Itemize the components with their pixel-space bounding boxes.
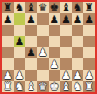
black-rook-piece: ♜: [84, 2, 93, 13]
square-d5[interactable]: [37, 36, 49, 47]
square-c3[interactable]: [25, 58, 37, 69]
black-king-piece: ♚: [50, 2, 59, 13]
square-a5[interactable]: [2, 36, 14, 47]
white-pawn-piece: ♟: [3, 70, 12, 81]
square-d7[interactable]: [37, 13, 49, 24]
square-a4[interactable]: [2, 47, 14, 58]
square-g6[interactable]: [72, 25, 84, 36]
square-d2[interactable]: [37, 70, 49, 81]
chess-board: ♜♞♝♛♚♝♞♜♟♟♟♟♟♟♟♟♟♟♟♟♟♟♟♜♞♝♛♚♝♞♜: [2, 2, 95, 92]
black-pawn-piece: ♟: [61, 14, 70, 25]
square-b4[interactable]: [14, 47, 26, 58]
black-knight-piece: ♞: [15, 2, 24, 13]
square-h1[interactable]: ♜: [83, 81, 95, 92]
black-pawn-piece: ♟: [3, 14, 12, 25]
chess-board-frame: ♜♞♝♛♚♝♞♜♟♟♟♟♟♟♟♟♟♟♟♟♟♟♟♜♞♝♛♚♝♞♜: [0, 0, 97, 94]
square-g2[interactable]: ♟: [72, 70, 84, 81]
square-f2[interactable]: ♟: [60, 70, 72, 81]
black-pawn-piece: ♟: [26, 47, 35, 58]
black-pawn-piece: ♟: [73, 14, 82, 25]
square-d4[interactable]: ♟: [37, 47, 49, 58]
square-c5[interactable]: [25, 36, 37, 47]
square-c1[interactable]: ♝: [25, 81, 37, 92]
square-e3[interactable]: ♟: [49, 58, 61, 69]
white-pawn-piece: ♟: [73, 70, 82, 81]
square-e7[interactable]: ♟: [49, 13, 61, 24]
square-g5[interactable]: [72, 36, 84, 47]
black-queen-piece: ♛: [38, 2, 47, 13]
white-knight-piece: ♞: [73, 81, 82, 92]
white-pawn-piece: ♟: [61, 70, 70, 81]
square-a6[interactable]: [2, 25, 14, 36]
black-pawn-piece: ♟: [84, 14, 93, 25]
square-g4[interactable]: [72, 47, 84, 58]
square-b3[interactable]: [14, 58, 26, 69]
white-bishop-piece: ♝: [26, 81, 35, 92]
square-g8[interactable]: ♞: [72, 2, 84, 13]
square-e6[interactable]: [49, 25, 61, 36]
square-e8[interactable]: ♚: [49, 2, 61, 13]
square-a3[interactable]: [2, 58, 14, 69]
square-b7[interactable]: [14, 13, 26, 24]
black-pawn-piece: ♟: [26, 14, 35, 25]
square-a7[interactable]: ♟: [2, 13, 14, 24]
square-h3[interactable]: [83, 58, 95, 69]
square-a8[interactable]: ♜: [2, 2, 14, 13]
square-a2[interactable]: ♟: [2, 70, 14, 81]
square-b2[interactable]: ♟: [14, 70, 26, 81]
square-g7[interactable]: ♟: [72, 13, 84, 24]
square-h6[interactable]: [83, 25, 95, 36]
white-queen-piece: ♛: [38, 81, 47, 92]
square-f3[interactable]: [60, 58, 72, 69]
square-c4[interactable]: ♟: [25, 47, 37, 58]
black-bishop-piece: ♝: [61, 2, 70, 13]
black-knight-piece: ♞: [73, 2, 82, 13]
white-pawn-piece: ♟: [38, 47, 47, 58]
square-d6[interactable]: [37, 25, 49, 36]
square-f4[interactable]: [60, 47, 72, 58]
square-e1[interactable]: ♚: [49, 81, 61, 92]
black-bishop-piece: ♝: [26, 2, 35, 13]
square-b1[interactable]: ♞: [14, 81, 26, 92]
square-c2[interactable]: [25, 70, 37, 81]
square-g1[interactable]: ♞: [72, 81, 84, 92]
square-b5[interactable]: ♟: [14, 36, 26, 47]
square-d8[interactable]: ♛: [37, 2, 49, 13]
square-g3[interactable]: [72, 58, 84, 69]
square-e2[interactable]: [49, 70, 61, 81]
square-c8[interactable]: ♝: [25, 2, 37, 13]
square-e5[interactable]: [49, 36, 61, 47]
white-king-piece: ♚: [50, 81, 59, 92]
white-rook-piece: ♜: [84, 81, 93, 92]
white-pawn-piece: ♟: [50, 59, 59, 70]
square-f8[interactable]: ♝: [60, 2, 72, 13]
white-knight-piece: ♞: [15, 81, 24, 92]
square-d1[interactable]: ♛: [37, 81, 49, 92]
white-pawn-piece: ♟: [15, 70, 24, 81]
square-c7[interactable]: ♟: [25, 13, 37, 24]
square-h2[interactable]: ♟: [83, 70, 95, 81]
black-pawn-piece: ♟: [50, 14, 59, 25]
square-h7[interactable]: ♟: [83, 13, 95, 24]
square-e4[interactable]: [49, 47, 61, 58]
square-f6[interactable]: [60, 25, 72, 36]
white-rook-piece: ♜: [3, 81, 12, 92]
square-d3[interactable]: [37, 58, 49, 69]
square-a1[interactable]: ♜: [2, 81, 14, 92]
white-pawn-piece: ♟: [84, 70, 93, 81]
black-rook-piece: ♜: [3, 2, 12, 13]
square-f1[interactable]: ♝: [60, 81, 72, 92]
square-b6[interactable]: [14, 25, 26, 36]
square-h8[interactable]: ♜: [83, 2, 95, 13]
square-f5[interactable]: [60, 36, 72, 47]
square-c6[interactable]: [25, 25, 37, 36]
square-f7[interactable]: ♟: [60, 13, 72, 24]
square-h5[interactable]: [83, 36, 95, 47]
square-b8[interactable]: ♞: [14, 2, 26, 13]
white-bishop-piece: ♝: [61, 81, 70, 92]
black-pawn-piece: ♟: [15, 36, 24, 47]
square-h4[interactable]: [83, 47, 95, 58]
